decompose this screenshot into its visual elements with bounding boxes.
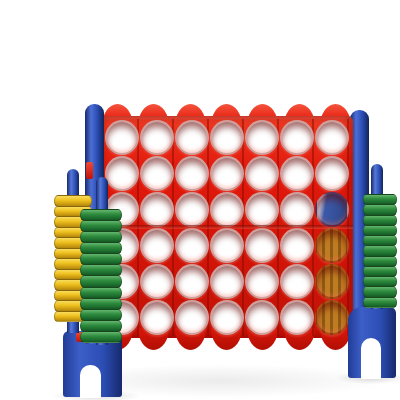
board-hole bbox=[175, 156, 209, 191]
board-hole bbox=[210, 192, 244, 227]
board-cell-r1c6 bbox=[279, 119, 314, 155]
board-hole bbox=[280, 264, 314, 299]
left-foot-notch bbox=[80, 365, 101, 398]
board-cell-r4c3 bbox=[174, 228, 209, 264]
board-cell-r4c4 bbox=[209, 228, 244, 264]
board-cell-r5c3 bbox=[174, 264, 209, 300]
board-hole bbox=[280, 300, 314, 335]
board-hole bbox=[105, 120, 139, 155]
green-ring bbox=[80, 331, 122, 343]
board-cell-r6c2 bbox=[139, 300, 174, 336]
connect-four-product-photo bbox=[0, 0, 400, 400]
green-ring-stack-left bbox=[80, 210, 122, 343]
board-cell-r6c3 bbox=[174, 300, 209, 336]
board-hole bbox=[245, 192, 279, 227]
board-hole bbox=[175, 192, 209, 227]
board-cell-r3c6 bbox=[279, 191, 314, 227]
board-hole bbox=[315, 192, 349, 227]
board-hole bbox=[140, 300, 174, 335]
board-cell-r1c2 bbox=[139, 119, 174, 155]
board-cell-r6c5 bbox=[244, 300, 279, 336]
board-cell-r3c3 bbox=[174, 191, 209, 227]
board-hole bbox=[280, 120, 314, 155]
board-cell-r2c7 bbox=[314, 155, 349, 191]
green-ring bbox=[80, 298, 122, 310]
right-foot-notch bbox=[361, 338, 381, 379]
board-hole bbox=[175, 120, 209, 155]
board-center-seam bbox=[100, 225, 353, 229]
board-hole bbox=[210, 120, 244, 155]
board-hole bbox=[140, 264, 174, 299]
board-cell-r2c2 bbox=[139, 155, 174, 191]
board-hole bbox=[210, 156, 244, 191]
board-cell-r6c7 bbox=[314, 300, 349, 336]
board-cell-r5c4 bbox=[209, 264, 244, 300]
board-cell-r4c5 bbox=[244, 228, 279, 264]
board-hole bbox=[280, 192, 314, 227]
green-ring bbox=[363, 245, 397, 256]
right-foot bbox=[348, 307, 396, 378]
board-cell-r3c7 bbox=[314, 191, 349, 227]
board-hole bbox=[245, 156, 279, 191]
board-cell-r5c5 bbox=[244, 264, 279, 300]
board-cell-r2c1 bbox=[104, 155, 139, 191]
board-hole bbox=[280, 156, 314, 191]
board-cell-r1c3 bbox=[174, 119, 209, 155]
board-hole bbox=[245, 120, 279, 155]
board-cell-r3c4 bbox=[209, 191, 244, 227]
board-cell-r4c2 bbox=[139, 228, 174, 264]
board-cell-r3c2 bbox=[139, 191, 174, 227]
green-ring bbox=[80, 287, 122, 299]
green-ring bbox=[80, 275, 122, 287]
board-hole bbox=[175, 264, 209, 299]
board-cell-r1c4 bbox=[209, 119, 244, 155]
board-cell-r6c6 bbox=[279, 300, 314, 336]
board-cell-r4c6 bbox=[279, 228, 314, 264]
board-cell-r3c5 bbox=[244, 191, 279, 227]
board-hole bbox=[210, 228, 244, 263]
board-hole bbox=[245, 228, 279, 263]
board-cell-r1c5 bbox=[244, 119, 279, 155]
red-slider-tab bbox=[86, 162, 93, 179]
board-hole bbox=[245, 300, 279, 335]
board-hole bbox=[315, 264, 349, 299]
board-hole bbox=[140, 156, 174, 191]
board-hole bbox=[210, 264, 244, 299]
yellow-ring bbox=[54, 195, 92, 207]
green-ring bbox=[363, 204, 397, 215]
board-hole bbox=[105, 156, 139, 191]
board-cell-r6c4 bbox=[209, 300, 244, 336]
board-hole bbox=[280, 228, 314, 263]
board-hole bbox=[140, 228, 174, 263]
green-ring-stack-right bbox=[363, 195, 397, 308]
board-cell-r1c1 bbox=[104, 119, 139, 155]
board-hole bbox=[245, 264, 279, 299]
board-cell-r5c6 bbox=[279, 264, 314, 300]
board-cell-r1c7 bbox=[314, 119, 349, 155]
board-cell-r2c4 bbox=[209, 155, 244, 191]
board-hole bbox=[175, 300, 209, 335]
board-hole bbox=[315, 120, 349, 155]
green-ring bbox=[80, 309, 122, 321]
board-hole bbox=[140, 192, 174, 227]
board-cell-r5c7 bbox=[314, 264, 349, 300]
board-hole bbox=[140, 120, 174, 155]
board-cell-r2c6 bbox=[279, 155, 314, 191]
board-hole bbox=[315, 156, 349, 191]
board-cell-r5c2 bbox=[139, 264, 174, 300]
board-hole bbox=[175, 228, 209, 263]
board-cell-r4c7 bbox=[314, 228, 349, 264]
green-ring bbox=[363, 297, 397, 308]
board-hole bbox=[315, 300, 349, 335]
board-hole bbox=[210, 300, 244, 335]
board-cell-r2c3 bbox=[174, 155, 209, 191]
green-ring bbox=[363, 286, 397, 297]
board-cell-r2c5 bbox=[244, 155, 279, 191]
board-hole bbox=[315, 228, 349, 263]
game-board bbox=[100, 104, 353, 350]
